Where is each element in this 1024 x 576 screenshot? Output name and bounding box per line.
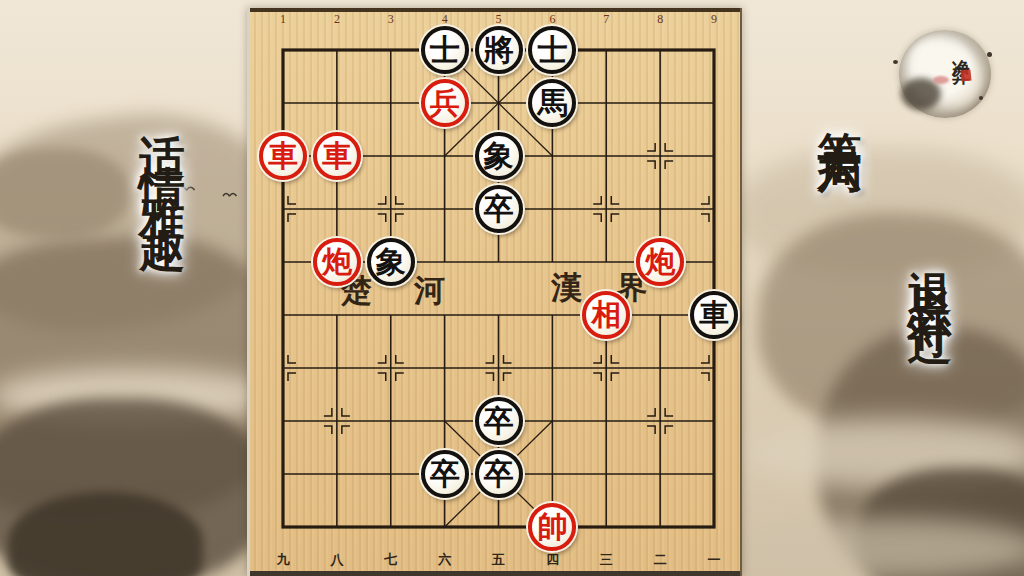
file-number-top: 9 <box>711 13 717 25</box>
mist-right <box>738 418 1024 488</box>
piece-glyph: 車 <box>322 136 352 176</box>
file-number-top: 6 <box>549 13 555 25</box>
mountain-right-low <box>818 328 1024 576</box>
ink-logo: 净弈 <box>899 30 991 118</box>
piece-black[interactable]: 士 <box>421 26 469 74</box>
piece-glyph: 相 <box>591 295 621 335</box>
piece-glyph: 卒 <box>430 454 460 494</box>
piece-glyph: 帥 <box>537 507 567 547</box>
red-seal <box>960 70 971 82</box>
file-number-top: 4 <box>442 13 448 25</box>
file-number-bottom: 八 <box>330 553 343 567</box>
file-number-top: 5 <box>496 13 502 25</box>
file-number-bottom: 七 <box>384 553 397 567</box>
piece-glyph: 士 <box>537 30 567 70</box>
file-number-top: 7 <box>603 13 609 25</box>
piece-glyph: 卒 <box>484 401 514 441</box>
piece-red[interactable]: 炮 <box>313 238 361 286</box>
piece-black[interactable]: 將 <box>475 26 523 74</box>
scene: 适情雅趣 第十六局 退思补过 净弈 123456789 九八七六五四三二一 楚河… <box>0 0 1024 576</box>
piece-glyph: 兵 <box>430 83 460 123</box>
xiangqi-board[interactable]: 123456789 九八七六五四三二一 楚河 漢界 士將士兵馬車車象卒炮象炮相車… <box>247 8 742 576</box>
pine-tree-silhouette <box>8 492 203 576</box>
mountain-right-bottom <box>858 468 1024 576</box>
file-number-top: 3 <box>388 13 394 25</box>
file-number-top: 2 <box>334 13 340 25</box>
piece-red[interactable]: 相 <box>582 291 630 339</box>
piece-glyph: 卒 <box>484 189 514 229</box>
file-number-bottom: 五 <box>492 553 505 567</box>
piece-red[interactable]: 車 <box>313 132 361 180</box>
mist-right-bottom <box>738 518 1024 576</box>
piece-red[interactable]: 車 <box>259 132 307 180</box>
file-number-top: 1 <box>280 13 286 25</box>
bird-icon <box>222 190 238 198</box>
piece-glyph: 象 <box>376 242 406 282</box>
piece-black[interactable]: 卒 <box>475 185 523 233</box>
piece-black[interactable]: 車 <box>690 291 738 339</box>
mountain-left-low <box>0 398 270 576</box>
piece-black[interactable]: 卒 <box>475 397 523 445</box>
piece-black[interactable]: 象 <box>475 132 523 180</box>
file-number-bottom: 二 <box>654 553 667 567</box>
right-title-puzzle-name: 退思补过 <box>900 235 959 303</box>
piece-glyph: 象 <box>484 136 514 176</box>
piece-glyph: 車 <box>268 136 298 176</box>
mountain-right-main <box>752 205 1024 445</box>
right-title-round-number: 第十六局 <box>810 96 869 124</box>
piece-black[interactable]: 卒 <box>475 450 523 498</box>
blossom <box>933 76 949 84</box>
file-number-bottom: 四 <box>546 553 559 567</box>
piece-glyph: 卒 <box>484 454 514 494</box>
piece-glyph: 士 <box>430 30 460 70</box>
piece-red[interactable]: 兵 <box>421 79 469 127</box>
piece-glyph: 馬 <box>537 83 567 123</box>
file-number-bottom: 九 <box>277 553 290 567</box>
piece-glyph: 炮 <box>645 242 675 282</box>
piece-black[interactable]: 卒 <box>421 450 469 498</box>
piece-glyph: 將 <box>484 30 514 70</box>
mountain-right-far <box>735 148 1024 278</box>
file-number-bottom: 三 <box>600 553 613 567</box>
mist-left <box>0 368 280 423</box>
file-number-top: 8 <box>657 13 663 25</box>
mountain-left-rocks <box>0 148 130 238</box>
left-title: 适情雅趣 <box>131 97 193 221</box>
piece-black[interactable]: 象 <box>367 238 415 286</box>
file-number-bottom: 一 <box>708 553 721 567</box>
piece-glyph: 車 <box>699 295 729 335</box>
piece-glyph: 炮 <box>322 242 352 282</box>
piece-red[interactable]: 炮 <box>636 238 684 286</box>
logo-text: 净弈 <box>949 44 973 58</box>
river-text-chu-he: 楚河 <box>341 275 487 306</box>
file-number-bottom: 六 <box>438 553 451 567</box>
